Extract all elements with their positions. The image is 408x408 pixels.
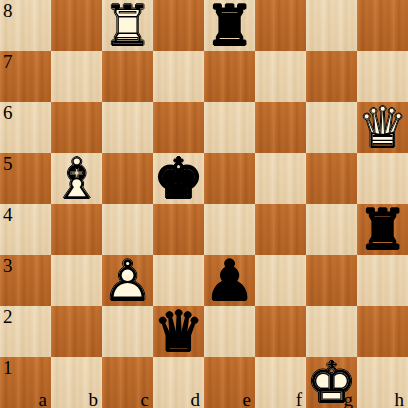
square-f2[interactable] [255, 306, 306, 357]
square-h1[interactable]: h [357, 357, 408, 408]
square-g1[interactable]: g♚♔ [306, 357, 357, 408]
square-b3[interactable] [51, 255, 102, 306]
square-c8[interactable]: ♜♖ [102, 0, 153, 51]
square-f3[interactable] [255, 255, 306, 306]
square-g3[interactable] [306, 255, 357, 306]
black-rook-e8[interactable]: ♜♜ [204, 0, 255, 51]
pawn-icon-outline: ♙ [102, 255, 153, 306]
square-h8[interactable] [357, 0, 408, 51]
rank-label-2: 2 [3, 307, 13, 326]
square-d8[interactable] [153, 0, 204, 51]
white-rook-c8[interactable]: ♜♖ [102, 0, 153, 51]
square-g7[interactable] [306, 51, 357, 102]
bishop-icon-outline: ♗ [51, 153, 102, 204]
rank-label-6: 6 [3, 103, 13, 122]
rank-label-5: 5 [3, 154, 13, 173]
black-pawn-e3[interactable]: ♟♟ [204, 255, 255, 306]
file-label-h: h [395, 390, 405, 408]
square-e1[interactable]: e [204, 357, 255, 408]
black-rook-h4[interactable]: ♜♜ [357, 204, 408, 255]
square-g6[interactable] [306, 102, 357, 153]
square-f5[interactable] [255, 153, 306, 204]
square-h2[interactable] [357, 306, 408, 357]
square-a2[interactable]: 2 [0, 306, 51, 357]
square-a1[interactable]: 1a [0, 357, 51, 408]
square-d4[interactable] [153, 204, 204, 255]
square-h3[interactable] [357, 255, 408, 306]
black-king-d5[interactable]: ♚♚ [153, 153, 204, 204]
file-label-g: g [344, 390, 354, 408]
square-a7[interactable]: 7 [0, 51, 51, 102]
queen-icon-outline: ♕ [357, 102, 408, 153]
white-bishop-b5[interactable]: ♝♗ [51, 153, 102, 204]
square-f6[interactable] [255, 102, 306, 153]
square-d5[interactable]: ♚♚ [153, 153, 204, 204]
file-label-d: d [191, 390, 201, 408]
square-d2[interactable]: ♛♛ [153, 306, 204, 357]
king-icon-outline: ♚ [153, 153, 204, 204]
rank-label-3: 3 [3, 256, 13, 275]
square-e2[interactable] [204, 306, 255, 357]
square-f7[interactable] [255, 51, 306, 102]
rank-label-8: 8 [3, 1, 13, 20]
square-h6[interactable]: ♛♕ [357, 102, 408, 153]
square-f4[interactable] [255, 204, 306, 255]
square-e7[interactable] [204, 51, 255, 102]
square-c7[interactable] [102, 51, 153, 102]
white-queen-h6[interactable]: ♛♕ [357, 102, 408, 153]
square-c3[interactable]: ♟♙ [102, 255, 153, 306]
file-label-a: a [39, 390, 47, 408]
square-f1[interactable]: f [255, 357, 306, 408]
square-d7[interactable] [153, 51, 204, 102]
square-a5[interactable]: 5 [0, 153, 51, 204]
file-label-f: f [296, 390, 302, 408]
square-a4[interactable]: 4 [0, 204, 51, 255]
square-e8[interactable]: ♜♜ [204, 0, 255, 51]
queen-icon-outline: ♛ [153, 306, 204, 357]
square-c6[interactable] [102, 102, 153, 153]
rook-icon-outline: ♖ [102, 0, 153, 51]
square-b1[interactable]: b [51, 357, 102, 408]
square-f8[interactable] [255, 0, 306, 51]
rank-label-1: 1 [3, 358, 13, 377]
file-label-c: c [141, 390, 149, 408]
square-c5[interactable] [102, 153, 153, 204]
rook-icon-outline: ♜ [204, 0, 255, 51]
square-g4[interactable] [306, 204, 357, 255]
square-b4[interactable] [51, 204, 102, 255]
square-a8[interactable]: 8 [0, 0, 51, 51]
square-e3[interactable]: ♟♟ [204, 255, 255, 306]
square-b8[interactable] [51, 0, 102, 51]
square-g5[interactable] [306, 153, 357, 204]
square-d1[interactable]: d [153, 357, 204, 408]
square-b7[interactable] [51, 51, 102, 102]
square-c1[interactable]: c [102, 357, 153, 408]
square-b5[interactable]: ♝♗ [51, 153, 102, 204]
square-e6[interactable] [204, 102, 255, 153]
square-b2[interactable] [51, 306, 102, 357]
square-a6[interactable]: 6 [0, 102, 51, 153]
square-h4[interactable]: ♜♜ [357, 204, 408, 255]
file-label-e: e [243, 390, 251, 408]
pawn-icon-outline: ♟ [204, 255, 255, 306]
square-a3[interactable]: 3 [0, 255, 51, 306]
square-g8[interactable] [306, 0, 357, 51]
square-c2[interactable] [102, 306, 153, 357]
file-label-b: b [89, 390, 99, 408]
square-e5[interactable] [204, 153, 255, 204]
rook-icon-outline: ♜ [357, 204, 408, 255]
rank-label-7: 7 [3, 52, 13, 71]
chess-board: 8♜♖♜♜76♛♕5♝♗♚♚4♜♜3♟♙♟♟2♛♛1abcdefg♚♔h [0, 0, 408, 408]
black-queen-d2[interactable]: ♛♛ [153, 306, 204, 357]
white-pawn-c3[interactable]: ♟♙ [102, 255, 153, 306]
rank-label-4: 4 [3, 205, 13, 224]
